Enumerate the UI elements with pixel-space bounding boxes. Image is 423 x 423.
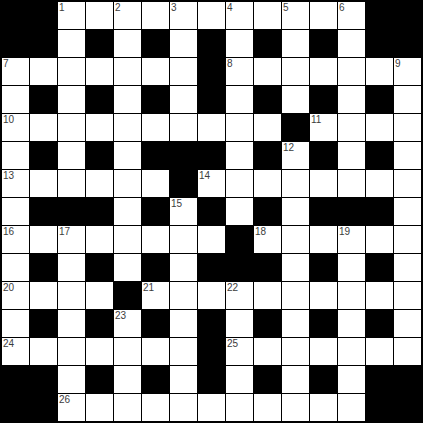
cell-r8c5[interactable] (142, 226, 169, 253)
cell-r0c10[interactable]: 5 (282, 2, 309, 29)
clue-number-13: 13 (3, 170, 14, 181)
block-r13c13 (366, 366, 393, 393)
block-r9c3 (86, 254, 113, 281)
cell-r6c14[interactable] (394, 170, 421, 197)
cell-r9c14[interactable] (394, 254, 421, 281)
block-r14c1 (30, 394, 57, 421)
cell-r0c3[interactable] (86, 2, 113, 29)
cell-r6c13[interactable] (366, 170, 393, 197)
cell-r1c8[interactable] (226, 30, 253, 57)
block-r13c5 (142, 366, 169, 393)
cell-r5c14[interactable] (394, 142, 421, 169)
block-r7c7 (198, 198, 225, 225)
clue-number-1: 1 (59, 2, 65, 13)
cell-r10c11[interactable] (310, 282, 337, 309)
cell-r12c6[interactable] (170, 338, 197, 365)
clue-number-23: 23 (115, 310, 126, 321)
cell-r12c8[interactable]: 25 (226, 338, 253, 365)
cell-r4c8[interactable] (226, 114, 253, 141)
block-r13c9 (254, 366, 281, 393)
cell-r8c11[interactable] (310, 226, 337, 253)
cell-r14c3[interactable] (86, 394, 113, 421)
cell-r10c7[interactable] (198, 282, 225, 309)
cell-r9c2[interactable] (58, 254, 85, 281)
cell-r10c12[interactable] (338, 282, 365, 309)
block-r11c7 (198, 310, 225, 337)
cell-r14c6[interactable] (170, 394, 197, 421)
block-r14c13 (366, 394, 393, 421)
block-r1c5 (142, 30, 169, 57)
cell-r5c4[interactable] (114, 142, 141, 169)
cell-r1c12[interactable] (338, 30, 365, 57)
clue-number-3: 3 (171, 2, 177, 13)
block-r7c5 (142, 198, 169, 225)
cell-r5c0[interactable] (2, 142, 29, 169)
cell-r10c1[interactable] (30, 282, 57, 309)
cell-r13c8[interactable] (226, 366, 253, 393)
cell-r7c6[interactable]: 15 (170, 198, 197, 225)
clue-number-12: 12 (283, 142, 294, 153)
cell-r14c8[interactable] (226, 394, 253, 421)
clue-number-18: 18 (255, 226, 266, 237)
cell-r3c2[interactable] (58, 86, 85, 113)
cell-r6c4[interactable] (114, 170, 141, 197)
cell-r10c5[interactable]: 21 (142, 282, 169, 309)
cell-r0c7[interactable] (198, 2, 225, 29)
cell-r8c3[interactable] (86, 226, 113, 253)
cell-r14c7[interactable] (198, 394, 225, 421)
cell-r1c10[interactable] (282, 30, 309, 57)
cell-r13c10[interactable] (282, 366, 309, 393)
clue-number-19: 19 (339, 226, 350, 237)
block-r13c14 (394, 366, 421, 393)
block-r9c1 (30, 254, 57, 281)
cell-r8c2[interactable]: 17 (58, 226, 85, 253)
block-r11c5 (142, 310, 169, 337)
cell-r1c2[interactable] (58, 30, 85, 57)
clue-number-9: 9 (395, 58, 401, 69)
cell-r4c5[interactable] (142, 114, 169, 141)
cell-r4c7[interactable] (198, 114, 225, 141)
cell-r14c12[interactable] (338, 394, 365, 421)
cell-r13c6[interactable] (170, 366, 197, 393)
cell-r1c4[interactable] (114, 30, 141, 57)
cell-r2c13[interactable] (366, 58, 393, 85)
cell-r4c6[interactable] (170, 114, 197, 141)
cell-r2c12[interactable] (338, 58, 365, 85)
cell-r4c14[interactable] (394, 114, 421, 141)
block-r9c8 (226, 254, 253, 281)
block-r4c10 (282, 114, 309, 141)
cell-r4c11[interactable]: 11 (310, 114, 337, 141)
cell-r6c10[interactable] (282, 170, 309, 197)
cell-r9c12[interactable] (338, 254, 365, 281)
block-r0c14 (394, 2, 421, 29)
cell-r4c4[interactable] (114, 114, 141, 141)
cell-r10c6[interactable] (170, 282, 197, 309)
cell-r10c3[interactable] (86, 282, 113, 309)
block-r3c1 (30, 86, 57, 113)
cell-r12c0[interactable]: 24 (2, 338, 29, 365)
cell-r8c6[interactable] (170, 226, 197, 253)
cell-r9c0[interactable] (2, 254, 29, 281)
cell-r8c13[interactable] (366, 226, 393, 253)
cell-r12c11[interactable] (310, 338, 337, 365)
clue-number-21: 21 (143, 282, 154, 293)
block-r9c9 (254, 254, 281, 281)
cell-r11c12[interactable] (338, 310, 365, 337)
cell-r7c14[interactable] (394, 198, 421, 225)
cell-r14c2[interactable]: 26 (58, 394, 85, 421)
cell-r6c1[interactable] (30, 170, 57, 197)
block-r1c13 (366, 30, 393, 57)
clue-number-16: 16 (3, 226, 14, 237)
block-r5c13 (366, 142, 393, 169)
cell-r6c11[interactable] (310, 170, 337, 197)
cell-r14c4[interactable] (114, 394, 141, 421)
cell-r11c0[interactable] (2, 310, 29, 337)
cell-r12c2[interactable] (58, 338, 85, 365)
block-r10c4 (114, 282, 141, 309)
cell-r2c10[interactable] (282, 58, 309, 85)
cell-r6c5[interactable] (142, 170, 169, 197)
cell-r2c6[interactable] (170, 58, 197, 85)
block-r7c3 (86, 198, 113, 225)
cell-r6c3[interactable] (86, 170, 113, 197)
cell-r2c11[interactable] (310, 58, 337, 85)
cell-r8c9[interactable]: 18 (254, 226, 281, 253)
cell-r4c9[interactable] (254, 114, 281, 141)
clue-number-25: 25 (227, 338, 238, 349)
block-r1c9 (254, 30, 281, 57)
block-r9c13 (366, 254, 393, 281)
cell-r4c13[interactable] (366, 114, 393, 141)
block-r0c0 (2, 2, 29, 29)
clue-number-26: 26 (59, 394, 70, 405)
crossword-grid: 1234567891011121314151617181920212223242… (0, 0, 423, 423)
block-r7c9 (254, 198, 281, 225)
cell-r0c2[interactable]: 1 (58, 2, 85, 29)
block-r11c1 (30, 310, 57, 337)
clue-number-24: 24 (3, 338, 14, 349)
cell-r12c9[interactable] (254, 338, 281, 365)
block-r8c8 (226, 226, 253, 253)
cell-r0c6[interactable]: 3 (170, 2, 197, 29)
cell-r6c9[interactable] (254, 170, 281, 197)
cell-r9c10[interactable] (282, 254, 309, 281)
block-r7c11 (310, 198, 337, 225)
cell-r2c0[interactable]: 7 (2, 58, 29, 85)
block-r11c11 (310, 310, 337, 337)
cell-r10c9[interactable] (254, 282, 281, 309)
cell-r11c4[interactable]: 23 (114, 310, 141, 337)
block-r9c5 (142, 254, 169, 281)
block-r9c11 (310, 254, 337, 281)
cell-r5c8[interactable] (226, 142, 253, 169)
block-r13c11 (310, 366, 337, 393)
cell-r5c10[interactable]: 12 (282, 142, 309, 169)
cell-r11c10[interactable] (282, 310, 309, 337)
cell-r4c3[interactable] (86, 114, 113, 141)
block-r7c13 (366, 198, 393, 225)
cell-r0c5[interactable] (142, 2, 169, 29)
cell-r2c4[interactable] (114, 58, 141, 85)
cell-r4c0[interactable]: 10 (2, 114, 29, 141)
cell-r12c14[interactable] (394, 338, 421, 365)
block-r14c14 (394, 394, 421, 421)
cell-r8c12[interactable]: 19 (338, 226, 365, 253)
block-r3c13 (366, 86, 393, 113)
clue-number-8: 8 (227, 58, 233, 69)
block-r11c3 (86, 310, 113, 337)
cell-r1c6[interactable] (170, 30, 197, 57)
clue-number-7: 7 (3, 58, 9, 69)
block-r5c6 (170, 142, 197, 169)
cell-r7c10[interactable] (282, 198, 309, 225)
cell-r6c7[interactable]: 14 (198, 170, 225, 197)
cell-r7c8[interactable] (226, 198, 253, 225)
cell-r0c4[interactable]: 2 (114, 2, 141, 29)
cell-r2c5[interactable] (142, 58, 169, 85)
block-r1c14 (394, 30, 421, 57)
cell-r8c7[interactable] (198, 226, 225, 253)
block-r0c13 (366, 2, 393, 29)
cell-r2c3[interactable] (86, 58, 113, 85)
block-r11c13 (366, 310, 393, 337)
clue-number-17: 17 (59, 226, 70, 237)
clue-number-11: 11 (311, 114, 321, 125)
cell-r2c14[interactable]: 9 (394, 58, 421, 85)
cell-r8c14[interactable] (394, 226, 421, 253)
block-r5c5 (142, 142, 169, 169)
block-r3c9 (254, 86, 281, 113)
cell-r13c12[interactable] (338, 366, 365, 393)
cell-r11c8[interactable] (226, 310, 253, 337)
block-r0c1 (30, 2, 57, 29)
cell-r6c2[interactable] (58, 170, 85, 197)
cell-r10c2[interactable] (58, 282, 85, 309)
clue-number-2: 2 (115, 2, 121, 13)
block-r1c3 (86, 30, 113, 57)
block-r5c11 (310, 142, 337, 169)
cell-r3c4[interactable] (114, 86, 141, 113)
cell-r3c8[interactable] (226, 86, 253, 113)
block-r6c6 (170, 170, 197, 197)
cell-r6c8[interactable] (226, 170, 253, 197)
block-r5c3 (86, 142, 113, 169)
block-r1c1 (30, 30, 57, 57)
cell-r0c11[interactable] (310, 2, 337, 29)
clue-number-14: 14 (199, 170, 210, 181)
cell-r5c12[interactable] (338, 142, 365, 169)
cell-r12c1[interactable] (30, 338, 57, 365)
block-r13c3 (86, 366, 113, 393)
cell-r14c10[interactable] (282, 394, 309, 421)
cell-r8c10[interactable] (282, 226, 309, 253)
cell-r3c0[interactable] (2, 86, 29, 113)
cell-r13c4[interactable] (114, 366, 141, 393)
cell-r2c2[interactable] (58, 58, 85, 85)
block-r3c11 (310, 86, 337, 113)
block-r13c1 (30, 366, 57, 393)
clue-number-6: 6 (339, 2, 345, 13)
block-r2c7 (198, 58, 225, 85)
cell-r13c2[interactable] (58, 366, 85, 393)
cell-r4c2[interactable] (58, 114, 85, 141)
block-r9c7 (198, 254, 225, 281)
cell-r6c12[interactable] (338, 170, 365, 197)
cell-r5c2[interactable] (58, 142, 85, 169)
cell-r10c0[interactable]: 20 (2, 282, 29, 309)
cell-r3c14[interactable] (394, 86, 421, 113)
cell-r3c12[interactable] (338, 86, 365, 113)
cell-r7c4[interactable] (114, 198, 141, 225)
cell-r4c1[interactable] (30, 114, 57, 141)
block-r1c7 (198, 30, 225, 57)
cell-r10c14[interactable] (394, 282, 421, 309)
cell-r3c6[interactable] (170, 86, 197, 113)
block-r14c0 (2, 394, 29, 421)
clue-number-10: 10 (3, 114, 14, 125)
block-r1c11 (310, 30, 337, 57)
block-r5c7 (198, 142, 225, 169)
block-r7c2 (58, 198, 85, 225)
cell-r12c13[interactable] (366, 338, 393, 365)
block-r5c9 (254, 142, 281, 169)
cell-r0c9[interactable] (254, 2, 281, 29)
block-r1c0 (2, 30, 29, 57)
block-r13c0 (2, 366, 29, 393)
block-r12c7 (198, 338, 225, 365)
cell-r14c9[interactable] (254, 394, 281, 421)
cell-r2c9[interactable] (254, 58, 281, 85)
cell-r11c14[interactable] (394, 310, 421, 337)
cell-r8c0[interactable]: 16 (2, 226, 29, 253)
block-r3c7 (198, 86, 225, 113)
block-r3c5 (142, 86, 169, 113)
cell-r6c0[interactable]: 13 (2, 170, 29, 197)
cell-r0c12[interactable]: 6 (338, 2, 365, 29)
cell-r12c5[interactable] (142, 338, 169, 365)
block-r3c3 (86, 86, 113, 113)
block-r5c1 (30, 142, 57, 169)
clue-number-22: 22 (227, 282, 238, 293)
cell-r10c10[interactable] (282, 282, 309, 309)
cell-r8c4[interactable] (114, 226, 141, 253)
clue-number-5: 5 (283, 2, 289, 13)
cell-r4c12[interactable] (338, 114, 365, 141)
clue-number-4: 4 (227, 2, 233, 13)
clue-number-15: 15 (171, 198, 182, 209)
cell-r12c4[interactable] (114, 338, 141, 365)
cell-r2c1[interactable] (30, 58, 57, 85)
cell-r12c10[interactable] (282, 338, 309, 365)
block-r7c12 (338, 198, 365, 225)
block-r13c7 (198, 366, 225, 393)
cell-r9c4[interactable] (114, 254, 141, 281)
cell-r14c11[interactable] (310, 394, 337, 421)
cell-r11c2[interactable] (58, 310, 85, 337)
cell-r3c10[interactable] (282, 86, 309, 113)
block-r7c1 (30, 198, 57, 225)
cell-r12c3[interactable] (86, 338, 113, 365)
cell-r10c8[interactable]: 22 (226, 282, 253, 309)
cell-r12c12[interactable] (338, 338, 365, 365)
clue-number-20: 20 (3, 282, 14, 293)
cell-r9c6[interactable] (170, 254, 197, 281)
cell-r11c6[interactable] (170, 310, 197, 337)
cell-r8c1[interactable] (30, 226, 57, 253)
cell-r0c8[interactable]: 4 (226, 2, 253, 29)
cell-r7c0[interactable] (2, 198, 29, 225)
block-r11c9 (254, 310, 281, 337)
cell-r2c8[interactable]: 8 (226, 58, 253, 85)
cell-r10c13[interactable] (366, 282, 393, 309)
cell-r14c5[interactable] (142, 394, 169, 421)
